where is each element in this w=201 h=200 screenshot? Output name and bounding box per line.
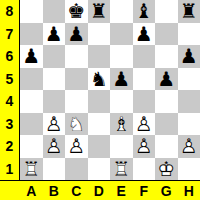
square-d8[interactable]: ♜ bbox=[88, 0, 111, 23]
corner-spacer bbox=[0, 180, 20, 200]
square-f2[interactable]: ♟♙ bbox=[133, 135, 156, 158]
square-e8[interactable] bbox=[110, 0, 133, 23]
square-a3[interactable] bbox=[20, 113, 43, 136]
square-h6[interactable]: ♟ bbox=[178, 45, 201, 68]
piece-black-rook: ♜ bbox=[90, 0, 108, 22]
piece-black-pawn: ♟ bbox=[180, 45, 198, 67]
piece-black-pawn: ♟ bbox=[135, 23, 153, 45]
square-g1[interactable]: ♚♔ bbox=[155, 158, 178, 181]
square-e5[interactable]: ♟ bbox=[110, 68, 133, 91]
piece-white-pawn: ♟♙ bbox=[133, 113, 155, 135]
square-g5[interactable]: ♟ bbox=[155, 68, 178, 91]
piece-black-pawn: ♟ bbox=[112, 68, 130, 90]
square-d1[interactable] bbox=[88, 158, 111, 181]
rank-label-5: 5 bbox=[0, 68, 19, 91]
square-e3[interactable]: ♝♗ bbox=[110, 113, 133, 136]
square-f1[interactable] bbox=[133, 158, 156, 181]
square-e2[interactable] bbox=[110, 135, 133, 158]
piece-white-rook: ♜♖ bbox=[20, 158, 42, 180]
square-g8[interactable] bbox=[155, 0, 178, 23]
square-c8[interactable]: ♚ bbox=[65, 0, 88, 23]
chess-board: ♚♜♝♜♟♟♟♟♟♞♟♟♟♙♞♘♝♗♟♙♟♙♟♙♟♙♟♙♜♖♜♖♚♔ bbox=[20, 0, 200, 180]
square-f3[interactable]: ♟♙ bbox=[133, 113, 156, 136]
square-e4[interactable] bbox=[110, 90, 133, 113]
rank-label-7: 7 bbox=[0, 23, 19, 46]
square-h3[interactable] bbox=[178, 113, 201, 136]
square-h5[interactable] bbox=[178, 68, 201, 91]
square-d6[interactable] bbox=[88, 45, 111, 68]
square-b8[interactable] bbox=[43, 0, 66, 23]
square-b4[interactable] bbox=[43, 90, 66, 113]
piece-black-knight: ♞ bbox=[90, 68, 108, 90]
square-d3[interactable] bbox=[88, 113, 111, 136]
square-a6[interactable]: ♟ bbox=[20, 45, 43, 68]
square-h4[interactable] bbox=[178, 90, 201, 113]
file-label-e: E bbox=[110, 181, 133, 200]
square-c5[interactable] bbox=[65, 68, 88, 91]
square-f6[interactable] bbox=[133, 45, 156, 68]
square-h2[interactable]: ♟♙ bbox=[178, 135, 201, 158]
square-h7[interactable] bbox=[178, 23, 201, 46]
square-h8[interactable]: ♜ bbox=[178, 0, 201, 23]
piece-black-pawn: ♟ bbox=[45, 23, 63, 45]
square-c1[interactable] bbox=[65, 158, 88, 181]
square-f5[interactable] bbox=[133, 68, 156, 91]
square-d7[interactable] bbox=[88, 23, 111, 46]
piece-black-pawn: ♟ bbox=[157, 68, 175, 90]
square-a7[interactable] bbox=[20, 23, 43, 46]
piece-white-knight: ♞♘ bbox=[65, 113, 87, 135]
file-labels: A B C D E F G H bbox=[20, 180, 200, 200]
file-label-c: C bbox=[65, 181, 88, 200]
rank-label-2: 2 bbox=[0, 135, 19, 158]
square-g3[interactable] bbox=[155, 113, 178, 136]
square-f7[interactable]: ♟ bbox=[133, 23, 156, 46]
square-c4[interactable] bbox=[65, 90, 88, 113]
square-b3[interactable]: ♟♙ bbox=[43, 113, 66, 136]
square-b2[interactable]: ♟♙ bbox=[43, 135, 66, 158]
square-c6[interactable] bbox=[65, 45, 88, 68]
square-a4[interactable] bbox=[20, 90, 43, 113]
piece-white-pawn: ♟♙ bbox=[43, 135, 65, 157]
piece-black-bishop: ♝ bbox=[135, 0, 153, 22]
file-label-b: B bbox=[43, 181, 66, 200]
piece-white-king: ♚♔ bbox=[155, 158, 177, 180]
chess-diagram: 8 7 6 5 4 3 2 1 ♚♜♝♜♟♟♟♟♟♞♟♟♟♙♞♘♝♗♟♙♟♙♟♙… bbox=[0, 0, 200, 200]
square-f8[interactable]: ♝ bbox=[133, 0, 156, 23]
piece-white-pawn: ♟♙ bbox=[65, 135, 87, 157]
square-g6[interactable] bbox=[155, 45, 178, 68]
file-label-h: H bbox=[178, 181, 201, 200]
square-g4[interactable] bbox=[155, 90, 178, 113]
square-b1[interactable] bbox=[43, 158, 66, 181]
piece-white-pawn: ♟♙ bbox=[43, 113, 65, 135]
square-c2[interactable]: ♟♙ bbox=[65, 135, 88, 158]
square-a2[interactable] bbox=[20, 135, 43, 158]
square-c3[interactable]: ♞♘ bbox=[65, 113, 88, 136]
file-label-f: F bbox=[133, 181, 156, 200]
piece-white-pawn: ♟♙ bbox=[133, 135, 155, 157]
file-label-g: G bbox=[155, 181, 178, 200]
file-label-d: D bbox=[88, 181, 111, 200]
square-b6[interactable] bbox=[43, 45, 66, 68]
square-b5[interactable] bbox=[43, 68, 66, 91]
rank-label-3: 3 bbox=[0, 113, 19, 136]
square-g2[interactable] bbox=[155, 135, 178, 158]
piece-white-rook: ♜♖ bbox=[110, 158, 132, 180]
square-d5[interactable]: ♞ bbox=[88, 68, 111, 91]
rank-label-4: 4 bbox=[0, 90, 19, 113]
rank-labels: 8 7 6 5 4 3 2 1 bbox=[0, 0, 20, 180]
rank-label-6: 6 bbox=[0, 45, 19, 68]
rank-label-1: 1 bbox=[0, 158, 19, 181]
square-e6[interactable] bbox=[110, 45, 133, 68]
square-d2[interactable] bbox=[88, 135, 111, 158]
square-b7[interactable]: ♟ bbox=[43, 23, 66, 46]
square-e7[interactable] bbox=[110, 23, 133, 46]
square-h1[interactable] bbox=[178, 158, 201, 181]
piece-black-rook: ♜ bbox=[180, 0, 198, 22]
piece-black-king: ♚ bbox=[67, 0, 85, 22]
square-a1[interactable]: ♜♖ bbox=[20, 158, 43, 181]
rank-label-8: 8 bbox=[0, 0, 19, 23]
square-f4[interactable] bbox=[133, 90, 156, 113]
piece-white-pawn: ♟♙ bbox=[178, 135, 200, 157]
file-label-a: A bbox=[20, 181, 43, 200]
piece-white-bishop: ♝♗ bbox=[110, 113, 132, 135]
square-a8[interactable] bbox=[20, 0, 43, 23]
square-a5[interactable] bbox=[20, 68, 43, 91]
square-d4[interactable] bbox=[88, 90, 111, 113]
square-g7[interactable] bbox=[155, 23, 178, 46]
piece-black-pawn: ♟ bbox=[67, 23, 85, 45]
piece-black-pawn: ♟ bbox=[22, 45, 40, 67]
square-c7[interactable]: ♟ bbox=[65, 23, 88, 46]
square-e1[interactable]: ♜♖ bbox=[110, 158, 133, 181]
